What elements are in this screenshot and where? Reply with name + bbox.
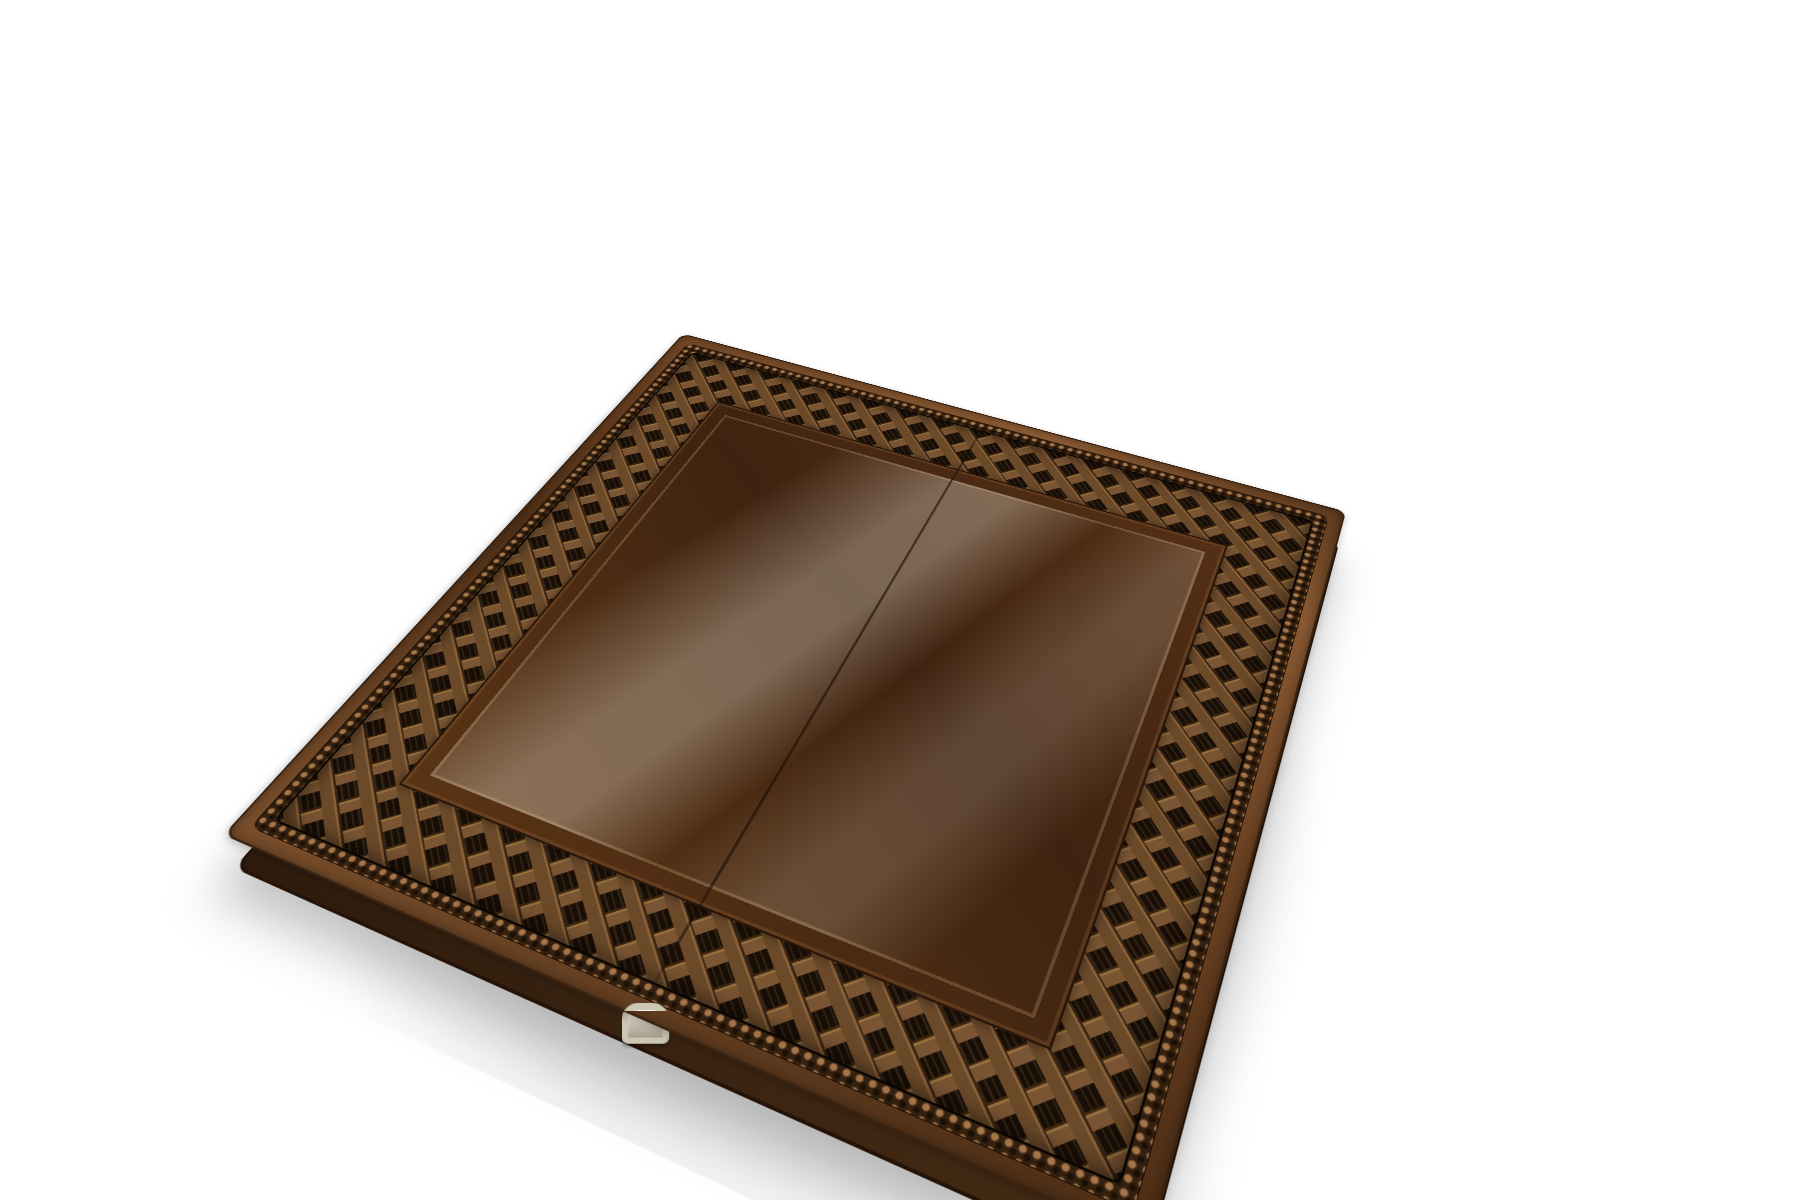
board-top <box>223 334 1346 1200</box>
photo-stage <box>0 0 1800 1200</box>
scene <box>0 0 1800 1200</box>
chess-board <box>223 334 1346 1200</box>
